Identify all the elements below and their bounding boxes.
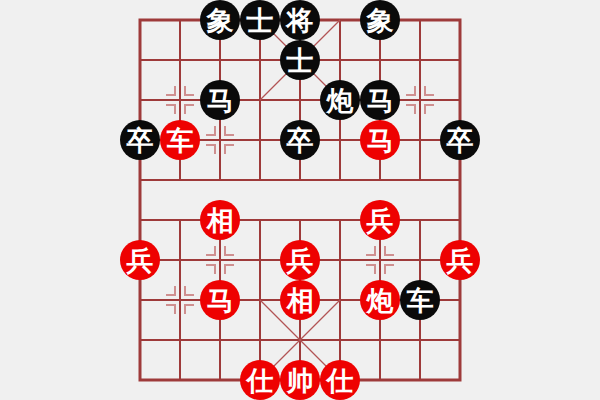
piece-black-general[interactable]: 将 bbox=[280, 0, 320, 40]
piece-red-chariot[interactable]: 车 bbox=[160, 120, 200, 160]
piece-black-soldier[interactable]: 卒 bbox=[440, 120, 480, 160]
piece-black-soldier[interactable]: 卒 bbox=[280, 120, 320, 160]
piece-red-horse[interactable]: 马 bbox=[360, 120, 400, 160]
piece-red-soldier[interactable]: 兵 bbox=[360, 200, 400, 240]
piece-black-elephant[interactable]: 象 bbox=[200, 0, 240, 40]
piece-black-horse[interactable]: 马 bbox=[200, 80, 240, 120]
board-intersections: 象士将象士马炮马卒车卒马卒相兵兵兵兵马相炮车仕帅仕 bbox=[120, 0, 480, 400]
piece-black-soldier[interactable]: 卒 bbox=[120, 120, 160, 160]
piece-black-cannon[interactable]: 炮 bbox=[320, 80, 360, 120]
piece-black-chariot[interactable]: 车 bbox=[400, 280, 440, 320]
piece-red-advisor[interactable]: 仕 bbox=[320, 360, 360, 400]
piece-red-elephant[interactable]: 相 bbox=[200, 200, 240, 240]
piece-black-advisor[interactable]: 士 bbox=[240, 0, 280, 40]
piece-red-elephant[interactable]: 相 bbox=[280, 280, 320, 320]
piece-red-general[interactable]: 帅 bbox=[280, 360, 320, 400]
piece-black-horse[interactable]: 马 bbox=[360, 80, 400, 120]
piece-red-soldier[interactable]: 兵 bbox=[440, 240, 480, 280]
piece-red-cannon[interactable]: 炮 bbox=[360, 280, 400, 320]
piece-red-soldier[interactable]: 兵 bbox=[280, 240, 320, 280]
piece-black-elephant[interactable]: 象 bbox=[360, 0, 400, 40]
piece-red-soldier[interactable]: 兵 bbox=[120, 240, 160, 280]
piece-red-horse[interactable]: 马 bbox=[200, 280, 240, 320]
piece-black-advisor[interactable]: 士 bbox=[280, 40, 320, 80]
piece-red-advisor[interactable]: 仕 bbox=[240, 360, 280, 400]
xiangqi-board[interactable]: 象士将象士马炮马卒车卒马卒相兵兵兵兵马相炮车仕帅仕 bbox=[0, 0, 600, 400]
